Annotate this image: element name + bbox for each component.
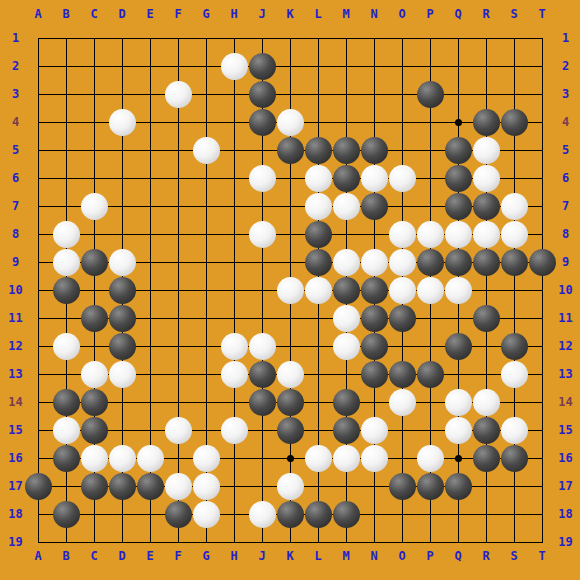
col-label-B: B <box>52 7 80 21</box>
row-label-13: 13 <box>1 360 30 388</box>
stone-white-G16 <box>193 445 220 472</box>
stone-black-S16 <box>501 445 528 472</box>
stone-black-L5 <box>305 137 332 164</box>
stone-white-N9 <box>361 249 388 276</box>
stone-white-L10 <box>305 277 332 304</box>
row-label-13: 13 <box>551 360 580 388</box>
row-label-8: 8 <box>1 220 30 248</box>
col-label-L: L <box>304 7 332 21</box>
row-label-2: 2 <box>1 52 30 80</box>
col-label-H: H <box>220 7 248 21</box>
stone-white-G5 <box>193 137 220 164</box>
col-label-D: D <box>108 7 136 21</box>
stone-black-C11 <box>81 305 108 332</box>
stone-white-M7 <box>333 193 360 220</box>
stone-black-J3 <box>249 81 276 108</box>
stone-black-P9 <box>417 249 444 276</box>
stone-black-C17 <box>81 473 108 500</box>
stone-black-Q12 <box>445 333 472 360</box>
stone-white-E16 <box>137 445 164 472</box>
stone-black-B10 <box>53 277 80 304</box>
stone-white-J12 <box>249 333 276 360</box>
col-label-C: C <box>80 549 108 563</box>
stone-white-F17 <box>165 473 192 500</box>
row-label-11: 11 <box>551 304 580 332</box>
stone-white-B15 <box>53 417 80 444</box>
row-label-4: 4 <box>1 108 30 136</box>
stone-black-K5 <box>277 137 304 164</box>
stone-black-K15 <box>277 417 304 444</box>
stone-white-J8 <box>249 221 276 248</box>
col-label-P: P <box>416 7 444 21</box>
stone-black-R16 <box>473 445 500 472</box>
stone-black-L9 <box>305 249 332 276</box>
stone-black-R11 <box>473 305 500 332</box>
stone-black-B16 <box>53 445 80 472</box>
stone-black-C14 <box>81 389 108 416</box>
stone-black-N12 <box>361 333 388 360</box>
stone-black-F18 <box>165 501 192 528</box>
stone-black-N13 <box>361 361 388 388</box>
stone-black-M18 <box>333 501 360 528</box>
stone-white-M9 <box>333 249 360 276</box>
col-label-L: L <box>304 549 332 563</box>
col-label-F: F <box>164 549 192 563</box>
row-label-11: 11 <box>1 304 30 332</box>
row-label-12: 12 <box>551 332 580 360</box>
stone-white-N15 <box>361 417 388 444</box>
stone-black-C9 <box>81 249 108 276</box>
stone-white-H12 <box>221 333 248 360</box>
stone-white-Q14 <box>445 389 472 416</box>
row-label-15: 15 <box>551 416 580 444</box>
stones-layer <box>24 24 556 556</box>
stone-white-K10 <box>277 277 304 304</box>
row-label-8: 8 <box>551 220 580 248</box>
row-label-14: 14 <box>1 388 30 416</box>
col-label-E: E <box>136 549 164 563</box>
stone-white-J18 <box>249 501 276 528</box>
stone-black-O13 <box>389 361 416 388</box>
stone-white-M16 <box>333 445 360 472</box>
stone-black-Q7 <box>445 193 472 220</box>
row-label-3: 3 <box>1 80 30 108</box>
stone-black-O11 <box>389 305 416 332</box>
col-label-H: H <box>220 549 248 563</box>
column-labels-bottom: ABCDEFGHJKLMNOPQRST <box>24 549 556 563</box>
col-label-M: M <box>332 549 360 563</box>
stone-white-O6 <box>389 165 416 192</box>
stone-black-Q5 <box>445 137 472 164</box>
row-label-10: 10 <box>1 276 30 304</box>
stone-white-L16 <box>305 445 332 472</box>
stone-black-D17 <box>109 473 136 500</box>
stone-white-D13 <box>109 361 136 388</box>
row-label-9: 9 <box>1 248 30 276</box>
row-label-17: 17 <box>1 472 30 500</box>
row-label-6: 6 <box>1 164 30 192</box>
col-label-T: T <box>528 7 556 21</box>
row-label-1: 1 <box>1 24 30 52</box>
row-label-17: 17 <box>551 472 580 500</box>
stone-white-K4 <box>277 109 304 136</box>
col-label-Q: Q <box>444 549 472 563</box>
stone-black-R9 <box>473 249 500 276</box>
stone-white-G18 <box>193 501 220 528</box>
stone-black-S4 <box>501 109 528 136</box>
stone-black-J4 <box>249 109 276 136</box>
stone-white-S7 <box>501 193 528 220</box>
col-label-F: F <box>164 7 192 21</box>
stone-white-N6 <box>361 165 388 192</box>
col-label-O: O <box>388 549 416 563</box>
row-label-18: 18 <box>1 500 30 528</box>
stone-black-K18 <box>277 501 304 528</box>
stone-black-N11 <box>361 305 388 332</box>
row-label-9: 9 <box>551 248 580 276</box>
stone-black-J13 <box>249 361 276 388</box>
stone-white-G17 <box>193 473 220 500</box>
row-labels-left: 12345678910111213141516171819 <box>1 24 30 556</box>
stone-white-R14 <box>473 389 500 416</box>
stone-black-M14 <box>333 389 360 416</box>
stone-black-D11 <box>109 305 136 332</box>
stone-white-R8 <box>473 221 500 248</box>
col-label-K: K <box>276 7 304 21</box>
stone-white-D9 <box>109 249 136 276</box>
row-label-10: 10 <box>551 276 580 304</box>
stone-black-B14 <box>53 389 80 416</box>
stone-white-O14 <box>389 389 416 416</box>
stone-black-J14 <box>249 389 276 416</box>
stone-white-C7 <box>81 193 108 220</box>
row-label-19: 19 <box>551 528 580 556</box>
col-label-R: R <box>472 7 500 21</box>
col-label-C: C <box>80 7 108 21</box>
stone-black-L18 <box>305 501 332 528</box>
stone-black-P17 <box>417 473 444 500</box>
row-label-15: 15 <box>1 416 30 444</box>
col-label-N: N <box>360 7 388 21</box>
stone-white-R6 <box>473 165 500 192</box>
row-label-2: 2 <box>551 52 580 80</box>
stone-white-S15 <box>501 417 528 444</box>
stone-white-F3 <box>165 81 192 108</box>
stone-black-J2 <box>249 53 276 80</box>
stone-white-S8 <box>501 221 528 248</box>
row-label-3: 3 <box>551 80 580 108</box>
stone-white-B8 <box>53 221 80 248</box>
row-label-18: 18 <box>551 500 580 528</box>
stone-white-L6 <box>305 165 332 192</box>
row-label-14: 14 <box>551 388 580 416</box>
stone-black-R4 <box>473 109 500 136</box>
stone-black-O17 <box>389 473 416 500</box>
row-label-7: 7 <box>1 192 30 220</box>
stone-black-D12 <box>109 333 136 360</box>
col-label-J: J <box>248 7 276 21</box>
stone-black-M6 <box>333 165 360 192</box>
stone-black-P13 <box>417 361 444 388</box>
col-label-G: G <box>192 549 220 563</box>
stone-white-S13 <box>501 361 528 388</box>
column-labels-top: ABCDEFGHJKLMNOPQRST <box>24 7 556 21</box>
stone-white-H13 <box>221 361 248 388</box>
row-label-7: 7 <box>551 192 580 220</box>
stone-white-O9 <box>389 249 416 276</box>
col-label-K: K <box>276 549 304 563</box>
row-label-19: 19 <box>1 528 30 556</box>
col-label-S: S <box>500 7 528 21</box>
row-label-12: 12 <box>1 332 30 360</box>
col-label-Q: Q <box>444 7 472 21</box>
col-label-M: M <box>332 7 360 21</box>
stone-black-M5 <box>333 137 360 164</box>
stone-white-Q10 <box>445 277 472 304</box>
stone-white-N16 <box>361 445 388 472</box>
row-label-4: 4 <box>551 108 580 136</box>
stone-white-J6 <box>249 165 276 192</box>
row-label-6: 6 <box>551 164 580 192</box>
stone-white-H2 <box>221 53 248 80</box>
col-label-J: J <box>248 549 276 563</box>
stone-white-C16 <box>81 445 108 472</box>
stone-black-M15 <box>333 417 360 444</box>
stone-black-P3 <box>417 81 444 108</box>
stone-white-C13 <box>81 361 108 388</box>
col-label-G: G <box>192 7 220 21</box>
stone-black-N7 <box>361 193 388 220</box>
stone-white-H15 <box>221 417 248 444</box>
row-labels-right: 12345678910111213141516171819 <box>551 24 580 556</box>
stone-white-P10 <box>417 277 444 304</box>
row-label-5: 5 <box>551 136 580 164</box>
stone-black-S12 <box>501 333 528 360</box>
stone-white-R5 <box>473 137 500 164</box>
stone-black-N5 <box>361 137 388 164</box>
stone-black-K14 <box>277 389 304 416</box>
stone-black-S9 <box>501 249 528 276</box>
col-label-S: S <box>500 549 528 563</box>
stone-white-O10 <box>389 277 416 304</box>
stone-white-O8 <box>389 221 416 248</box>
stone-white-D4 <box>109 109 136 136</box>
stone-black-L8 <box>305 221 332 248</box>
stone-white-M12 <box>333 333 360 360</box>
stone-black-B18 <box>53 501 80 528</box>
stone-white-K13 <box>277 361 304 388</box>
col-label-R: R <box>472 549 500 563</box>
stone-white-Q8 <box>445 221 472 248</box>
col-label-D: D <box>108 549 136 563</box>
col-label-N: N <box>360 549 388 563</box>
stone-black-C15 <box>81 417 108 444</box>
stone-black-M10 <box>333 277 360 304</box>
go-board[interactable]: ABCDEFGHJKLMNOPQRST ABCDEFGHJKLMNOPQRST … <box>0 0 580 580</box>
stone-white-P16 <box>417 445 444 472</box>
stone-white-B12 <box>53 333 80 360</box>
stone-white-Q15 <box>445 417 472 444</box>
stone-white-P8 <box>417 221 444 248</box>
stone-white-L7 <box>305 193 332 220</box>
stone-black-R15 <box>473 417 500 444</box>
col-label-B: B <box>52 549 80 563</box>
row-label-1: 1 <box>551 24 580 52</box>
stone-white-B9 <box>53 249 80 276</box>
col-label-O: O <box>388 7 416 21</box>
stone-white-K17 <box>277 473 304 500</box>
row-label-5: 5 <box>1 136 30 164</box>
stone-white-M11 <box>333 305 360 332</box>
col-label-E: E <box>136 7 164 21</box>
col-label-A: A <box>24 7 52 21</box>
stone-black-Q6 <box>445 165 472 192</box>
stone-black-D10 <box>109 277 136 304</box>
stone-white-F15 <box>165 417 192 444</box>
col-label-P: P <box>416 549 444 563</box>
stone-black-E17 <box>137 473 164 500</box>
stone-black-Q9 <box>445 249 472 276</box>
stone-black-N10 <box>361 277 388 304</box>
stone-black-Q17 <box>445 473 472 500</box>
row-label-16: 16 <box>551 444 580 472</box>
stone-black-R7 <box>473 193 500 220</box>
stone-white-D16 <box>109 445 136 472</box>
row-label-16: 16 <box>1 444 30 472</box>
